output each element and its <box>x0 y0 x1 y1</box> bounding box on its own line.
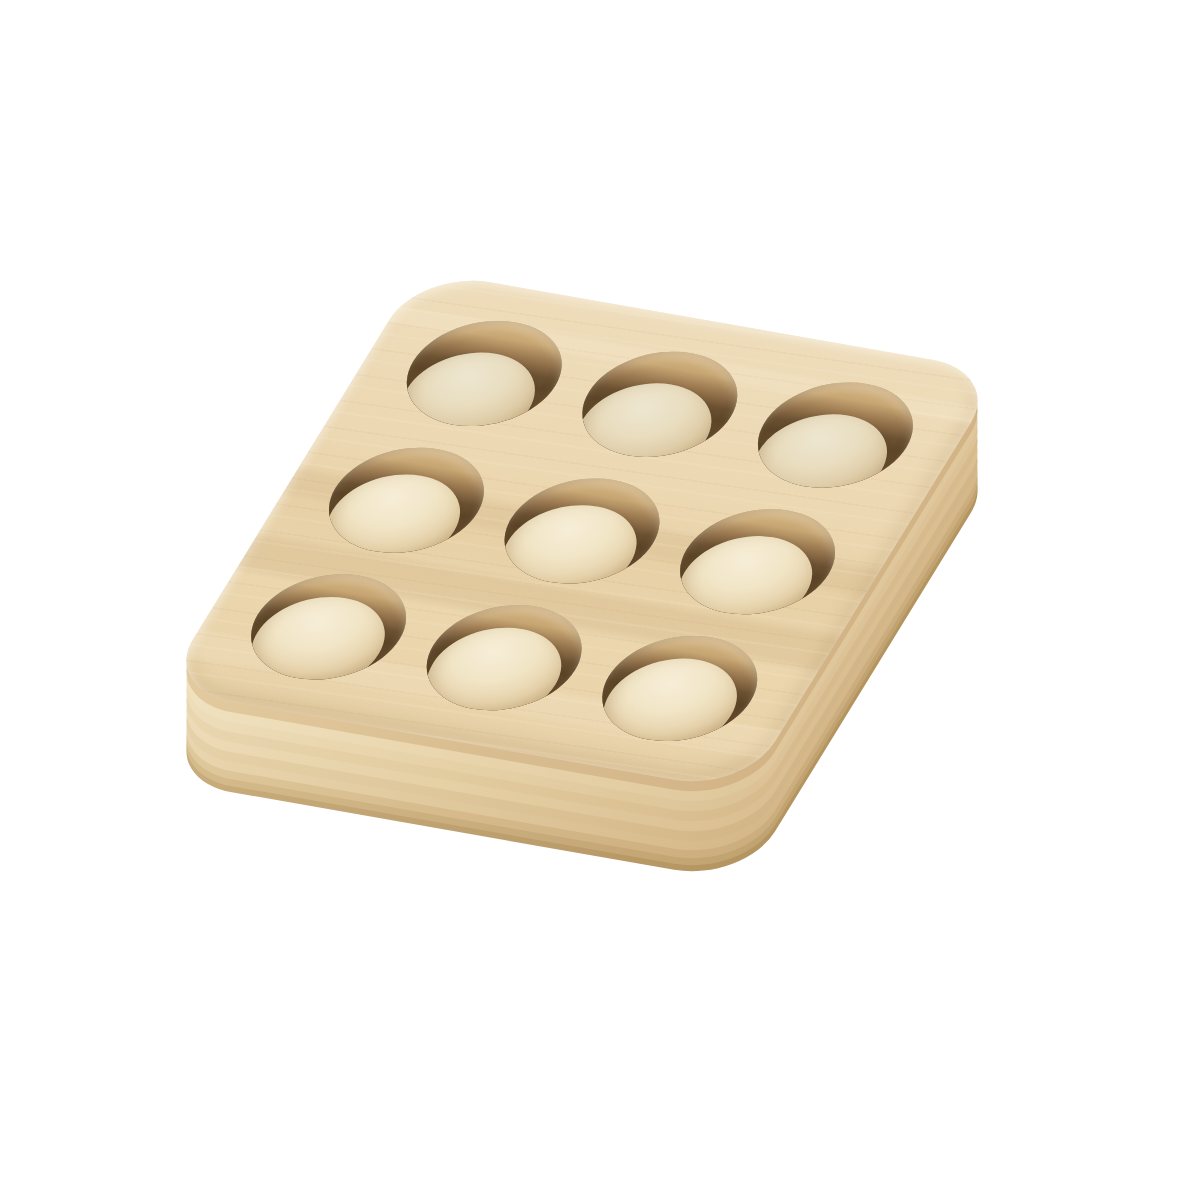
hole-r2c3 <box>656 498 860 625</box>
wooden-ball-r3c1 <box>230 588 407 691</box>
hole-r1c3 <box>734 371 938 498</box>
wooden-ball-r1c1 <box>382 343 557 437</box>
wooden-ball-r2c2 <box>481 496 658 595</box>
wooden-ball-r2c3 <box>657 527 834 626</box>
product-photo-stage <box>0 0 1200 1200</box>
hole-r3c3 <box>578 625 782 752</box>
wooden-ball-r3c2 <box>405 619 582 722</box>
wooden-ball-r2c1 <box>305 465 482 564</box>
wooden-ball-r3c3 <box>581 649 758 752</box>
wooden-ball-r1c2 <box>558 374 733 468</box>
wooden-ball-r1c3 <box>734 405 909 499</box>
